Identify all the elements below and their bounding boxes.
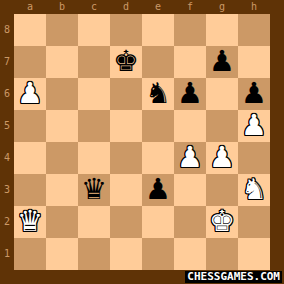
square-c2	[78, 206, 110, 238]
square-c4	[78, 142, 110, 174]
rank-label-5: 5	[0, 110, 14, 142]
square-a4	[14, 142, 46, 174]
square-e4	[142, 142, 174, 174]
chessgames-watermark: CHESSGAMES.COM	[185, 271, 282, 283]
square-e6: ♞	[142, 78, 174, 110]
rank-label-2: 2	[0, 206, 14, 238]
square-b3	[46, 174, 78, 206]
square-h5: ♟	[238, 110, 270, 142]
square-c5	[78, 110, 110, 142]
black-knight: ♞	[145, 79, 171, 108]
white-king: ♚	[209, 207, 235, 236]
square-g4: ♟	[206, 142, 238, 174]
black-pawn: ♟	[241, 79, 267, 108]
square-e5	[142, 110, 174, 142]
file-label-d: d	[110, 0, 142, 14]
square-f6: ♟	[174, 78, 206, 110]
white-pawn: ♟	[177, 143, 203, 172]
square-b4	[46, 142, 78, 174]
square-b2	[46, 206, 78, 238]
file-label-f: f	[174, 0, 206, 14]
file-label-e: e	[142, 0, 174, 14]
square-d4	[110, 142, 142, 174]
file-label-b: b	[46, 0, 78, 14]
square-b5	[46, 110, 78, 142]
chess-board: abcdefgh87♚♟6♟♞♟♟5♟4♟♟3♛♟♞2♛♚1	[0, 0, 270, 270]
square-e7	[142, 46, 174, 78]
file-label-g: g	[206, 0, 238, 14]
rank-label-8: 8	[0, 14, 14, 46]
square-c3: ♛	[78, 174, 110, 206]
rank-label-7: 7	[0, 46, 14, 78]
square-h3: ♞	[238, 174, 270, 206]
white-pawn: ♟	[241, 111, 267, 140]
square-f8	[174, 14, 206, 46]
square-e2	[142, 206, 174, 238]
square-g1	[206, 238, 238, 270]
square-g8	[206, 14, 238, 46]
square-c8	[78, 14, 110, 46]
square-d7: ♚	[110, 46, 142, 78]
black-king: ♚	[113, 47, 139, 76]
file-label-c: c	[78, 0, 110, 14]
rank-label-1: 1	[0, 238, 14, 270]
square-a7	[14, 46, 46, 78]
chess-diagram: abcdefgh87♚♟6♟♞♟♟5♟4♟♟3♛♟♞2♛♚1 CHESSGAME…	[0, 0, 284, 284]
square-d5	[110, 110, 142, 142]
square-f2	[174, 206, 206, 238]
white-queen: ♛	[17, 207, 43, 236]
square-e1	[142, 238, 174, 270]
square-d6	[110, 78, 142, 110]
rank-label-4: 4	[0, 142, 14, 174]
square-h8	[238, 14, 270, 46]
square-h1	[238, 238, 270, 270]
white-knight: ♞	[241, 175, 267, 204]
square-a6: ♟	[14, 78, 46, 110]
square-g2: ♚	[206, 206, 238, 238]
black-pawn: ♟	[145, 175, 171, 204]
square-a3	[14, 174, 46, 206]
square-a5	[14, 110, 46, 142]
square-f7	[174, 46, 206, 78]
square-f1	[174, 238, 206, 270]
rank-label-3: 3	[0, 174, 14, 206]
square-d1	[110, 238, 142, 270]
square-g3	[206, 174, 238, 206]
square-c7	[78, 46, 110, 78]
white-pawn: ♟	[17, 79, 43, 108]
square-f4: ♟	[174, 142, 206, 174]
square-h7	[238, 46, 270, 78]
square-b7	[46, 46, 78, 78]
square-d2	[110, 206, 142, 238]
black-pawn: ♟	[209, 47, 235, 76]
square-h4	[238, 142, 270, 174]
square-a8	[14, 14, 46, 46]
square-g5	[206, 110, 238, 142]
square-g6	[206, 78, 238, 110]
black-pawn: ♟	[177, 79, 203, 108]
square-a2: ♛	[14, 206, 46, 238]
square-b8	[46, 14, 78, 46]
square-b1	[46, 238, 78, 270]
square-h2	[238, 206, 270, 238]
square-d3	[110, 174, 142, 206]
white-pawn: ♟	[209, 143, 235, 172]
square-e3: ♟	[142, 174, 174, 206]
file-label-a: a	[14, 0, 46, 14]
square-d8	[110, 14, 142, 46]
square-f3	[174, 174, 206, 206]
square-a1	[14, 238, 46, 270]
square-e8	[142, 14, 174, 46]
board-corner	[0, 0, 14, 14]
black-queen: ♛	[81, 175, 107, 204]
square-f5	[174, 110, 206, 142]
rank-label-6: 6	[0, 78, 14, 110]
square-h6: ♟	[238, 78, 270, 110]
square-c6	[78, 78, 110, 110]
square-g7: ♟	[206, 46, 238, 78]
file-label-h: h	[238, 0, 270, 14]
square-b6	[46, 78, 78, 110]
square-c1	[78, 238, 110, 270]
